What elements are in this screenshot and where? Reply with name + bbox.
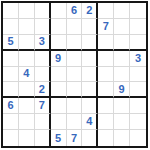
cell-r7c8[interactable]: [114, 98, 130, 114]
cell-r7c4[interactable]: [51, 98, 67, 114]
cell-r4c5[interactable]: [67, 51, 83, 67]
sudoku-board: 627539342967457: [1, 1, 148, 148]
cell-r6c6[interactable]: [82, 82, 98, 98]
cell-r4c2[interactable]: [19, 51, 35, 67]
cell-r4c3[interactable]: [35, 51, 51, 67]
cell-r3c3[interactable]: 3: [35, 35, 51, 51]
cell-r3c9[interactable]: [130, 35, 146, 51]
cell-r6c7[interactable]: [98, 82, 114, 98]
cell-r2c5[interactable]: [67, 19, 83, 35]
cell-r3c2[interactable]: [19, 35, 35, 51]
cell-r1c2[interactable]: [19, 3, 35, 19]
cell-r6c1[interactable]: [3, 82, 19, 98]
cell-r7c2[interactable]: [19, 98, 35, 114]
cell-r5c5[interactable]: [67, 67, 83, 83]
cell-r7c1[interactable]: 6: [3, 98, 19, 114]
cell-r1c5[interactable]: 6: [67, 3, 83, 19]
cell-r3c1[interactable]: 5: [3, 35, 19, 51]
cell-r7c5[interactable]: [67, 98, 83, 114]
cell-r2c9[interactable]: [130, 19, 146, 35]
cell-r7c9[interactable]: [130, 98, 146, 114]
cell-r7c7[interactable]: [98, 98, 114, 114]
cell-r4c4[interactable]: 9: [51, 51, 67, 67]
cell-r6c5[interactable]: [67, 82, 83, 98]
cell-r2c1[interactable]: [3, 19, 19, 35]
cell-r5c8[interactable]: [114, 67, 130, 83]
cell-r7c6[interactable]: [82, 98, 98, 114]
cell-r5c1[interactable]: [3, 67, 19, 83]
cell-r9c5[interactable]: 7: [67, 130, 83, 146]
cell-r9c4[interactable]: 5: [51, 130, 67, 146]
cell-r6c8[interactable]: 9: [114, 82, 130, 98]
cell-r3c8[interactable]: [114, 35, 130, 51]
cell-r8c6[interactable]: 4: [82, 114, 98, 130]
cell-r9c9[interactable]: [130, 130, 146, 146]
cell-r4c7[interactable]: [98, 51, 114, 67]
cell-r3c7[interactable]: [98, 35, 114, 51]
cell-r1c4[interactable]: [51, 3, 67, 19]
cell-r9c2[interactable]: [19, 130, 35, 146]
cell-r9c7[interactable]: [98, 130, 114, 146]
cell-r8c3[interactable]: [35, 114, 51, 130]
cell-r8c1[interactable]: [3, 114, 19, 130]
cell-r5c4[interactable]: [51, 67, 67, 83]
cell-r4c1[interactable]: [3, 51, 19, 67]
cell-r3c5[interactable]: [67, 35, 83, 51]
cell-r5c2[interactable]: 4: [19, 67, 35, 83]
cell-r8c2[interactable]: [19, 114, 35, 130]
cell-r6c2[interactable]: [19, 82, 35, 98]
cell-r5c9[interactable]: [130, 67, 146, 83]
cell-r3c4[interactable]: [51, 35, 67, 51]
cell-r8c9[interactable]: [130, 114, 146, 130]
cell-r9c3[interactable]: [35, 130, 51, 146]
cell-r1c6[interactable]: 2: [82, 3, 98, 19]
cell-r6c4[interactable]: [51, 82, 67, 98]
cell-r8c4[interactable]: [51, 114, 67, 130]
cell-r6c3[interactable]: 2: [35, 82, 51, 98]
cell-r9c1[interactable]: [3, 130, 19, 146]
cell-r5c3[interactable]: [35, 67, 51, 83]
cell-r7c3[interactable]: 7: [35, 98, 51, 114]
cell-r8c8[interactable]: [114, 114, 130, 130]
cell-r1c1[interactable]: [3, 3, 19, 19]
cell-r5c7[interactable]: [98, 67, 114, 83]
cell-r4c9[interactable]: 3: [130, 51, 146, 67]
cell-r2c2[interactable]: [19, 19, 35, 35]
cell-r6c9[interactable]: [130, 82, 146, 98]
cell-r1c3[interactable]: [35, 3, 51, 19]
cell-r4c6[interactable]: [82, 51, 98, 67]
cell-r1c7[interactable]: [98, 3, 114, 19]
cell-r2c6[interactable]: [82, 19, 98, 35]
cell-r1c9[interactable]: [130, 3, 146, 19]
cell-r8c7[interactable]: [98, 114, 114, 130]
cell-r1c8[interactable]: [114, 3, 130, 19]
cell-r4c8[interactable]: [114, 51, 130, 67]
cell-r8c5[interactable]: [67, 114, 83, 130]
cell-r9c6[interactable]: [82, 130, 98, 146]
cell-r5c6[interactable]: [82, 67, 98, 83]
cell-r2c4[interactable]: [51, 19, 67, 35]
cell-r2c7[interactable]: 7: [98, 19, 114, 35]
cell-r2c3[interactable]: [35, 19, 51, 35]
cell-r3c6[interactable]: [82, 35, 98, 51]
cell-r9c8[interactable]: [114, 130, 130, 146]
cell-r2c8[interactable]: [114, 19, 130, 35]
